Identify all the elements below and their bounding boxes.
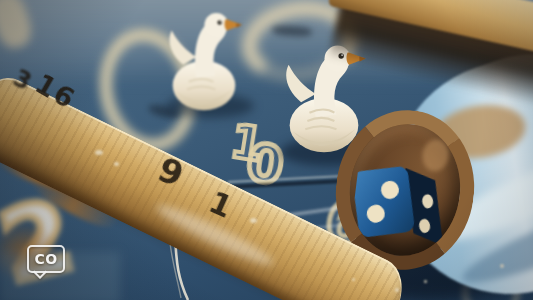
watermark-logo: CO	[27, 245, 65, 273]
goose-eye	[217, 20, 222, 25]
die-front-face	[352, 166, 416, 238]
goose-board-photo: 1 0 6 2	[0, 0, 533, 300]
goose-tail	[169, 30, 196, 64]
goose-pawn-left	[156, 2, 252, 114]
goose-tail	[286, 65, 315, 102]
watermark-text: CO	[34, 251, 57, 267]
